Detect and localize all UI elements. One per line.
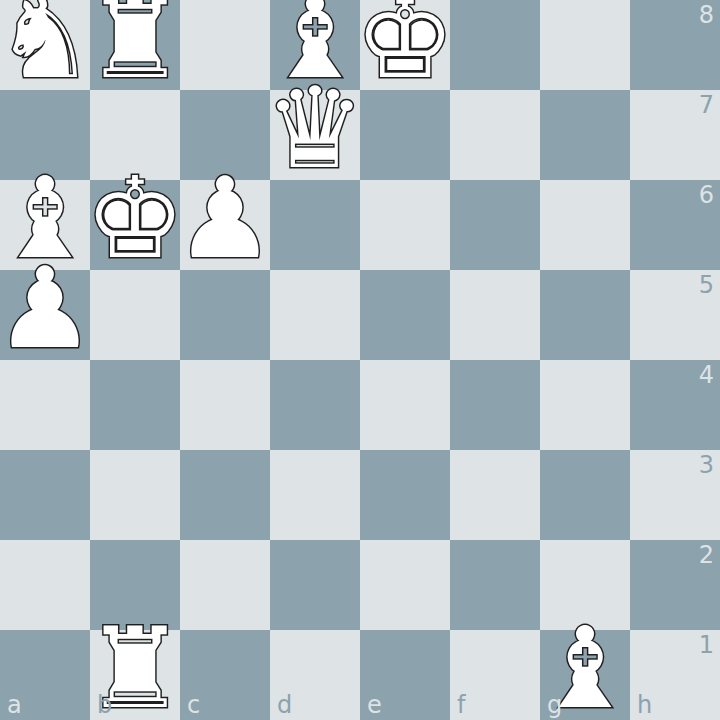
square-b3[interactable] [90,450,180,540]
square-b8[interactable]: ♜ [90,0,180,90]
square-a4[interactable] [0,360,90,450]
square-e3[interactable] [360,450,450,540]
square-f3[interactable] [450,450,540,540]
square-a3[interactable] [0,450,90,540]
square-a1[interactable]: a [0,630,90,720]
file-label-e: e [367,693,382,717]
white-pawn[interactable]: ♟ [175,162,275,274]
square-f4[interactable] [450,360,540,450]
square-g4[interactable] [540,360,630,450]
square-d6[interactable] [270,180,360,270]
square-a2[interactable] [0,540,90,630]
square-a8[interactable]: ♞ [0,0,90,90]
square-g7[interactable] [540,90,630,180]
white-knight[interactable]: ♞ [0,0,95,94]
square-g6[interactable] [540,180,630,270]
square-h1[interactable]: h1 [630,630,720,720]
square-g3[interactable] [540,450,630,540]
file-label-c: c [187,693,200,717]
square-c1[interactable]: c [180,630,270,720]
square-g5[interactable] [540,270,630,360]
square-f8[interactable] [450,0,540,90]
square-h8[interactable]: 8 [630,0,720,90]
square-d4[interactable] [270,360,360,450]
square-h3[interactable]: 3 [630,450,720,540]
square-h7[interactable]: 7 [630,90,720,180]
square-b5[interactable] [90,270,180,360]
square-b1[interactable]: ♜b [90,630,180,720]
square-e7[interactable] [360,90,450,180]
white-rook[interactable]: ♜ [85,612,185,720]
square-c6[interactable]: ♟ [180,180,270,270]
square-e8[interactable]: ♚ [360,0,450,90]
square-f7[interactable] [450,90,540,180]
square-e6[interactable] [360,180,450,270]
square-h2[interactable]: 2 [630,540,720,630]
square-g1[interactable]: ♝g [540,630,630,720]
white-king[interactable]: ♚ [85,162,185,274]
square-a5[interactable]: ♟ [0,270,90,360]
square-e1[interactable]: e [360,630,450,720]
rank-label-3: 3 [699,453,714,477]
square-d3[interactable] [270,450,360,540]
square-c5[interactable] [180,270,270,360]
square-e2[interactable] [360,540,450,630]
square-d5[interactable] [270,270,360,360]
chess-board: ♞♜♝♚8♛7♝♚♟6♟5432a♜bcdef♝gh1 [0,0,720,720]
file-label-h: h [637,693,652,717]
rank-label-6: 6 [699,183,714,207]
white-king[interactable]: ♚ [355,0,455,94]
white-bishop[interactable]: ♝ [535,612,635,720]
square-c2[interactable] [180,540,270,630]
white-queen[interactable]: ♛ [265,72,365,184]
square-b4[interactable] [90,360,180,450]
square-d2[interactable] [270,540,360,630]
square-d1[interactable]: d [270,630,360,720]
square-f5[interactable] [450,270,540,360]
square-f6[interactable] [450,180,540,270]
file-label-f: f [457,693,465,717]
square-e4[interactable] [360,360,450,450]
square-h6[interactable]: 6 [630,180,720,270]
rank-label-1: 1 [699,633,714,657]
square-c4[interactable] [180,360,270,450]
file-label-d: d [277,693,292,717]
square-e5[interactable] [360,270,450,360]
square-b6[interactable]: ♚ [90,180,180,270]
file-label-a: a [7,693,22,717]
square-c3[interactable] [180,450,270,540]
rank-label-5: 5 [699,273,714,297]
square-h5[interactable]: 5 [630,270,720,360]
square-f1[interactable]: f [450,630,540,720]
white-rook[interactable]: ♜ [85,0,185,94]
square-f2[interactable] [450,540,540,630]
rank-label-4: 4 [699,363,714,387]
white-pawn[interactable]: ♟ [0,252,95,364]
square-h4[interactable]: 4 [630,360,720,450]
rank-label-2: 2 [699,543,714,567]
square-c8[interactable] [180,0,270,90]
square-d7[interactable]: ♛ [270,90,360,180]
square-g8[interactable] [540,0,630,90]
rank-label-8: 8 [699,3,714,27]
rank-label-7: 7 [699,93,714,117]
